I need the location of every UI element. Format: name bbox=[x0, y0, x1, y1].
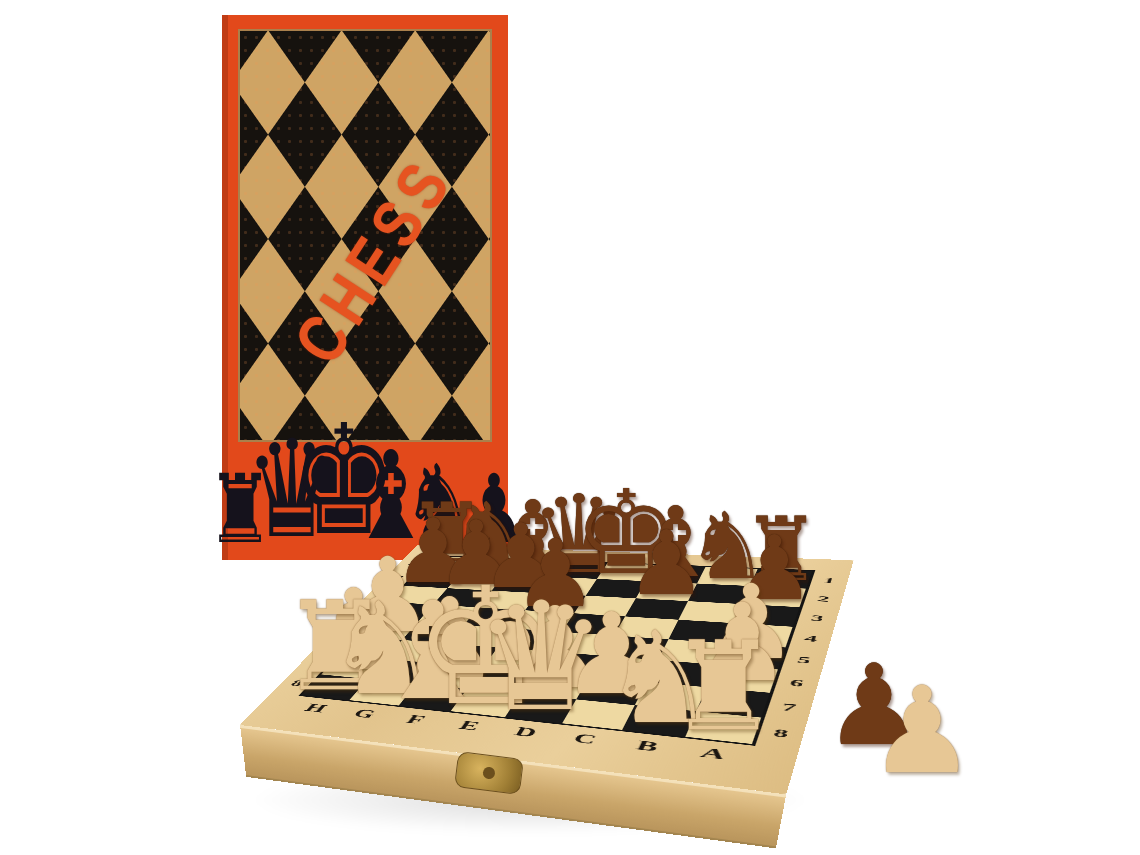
product-photo: CHESS 1122334455667788HGFEDCBA ♜♞♝♚♛♝♞♜♟… bbox=[0, 0, 1140, 855]
light-rook-a8[interactable]: ♜ bbox=[668, 625, 778, 748]
offboard-light-pawn[interactable]: ♟ bbox=[868, 671, 976, 791]
light-queen-d8[interactable]: ♛ bbox=[473, 582, 607, 732]
pieces-layer: ♜♞♝♚♛♝♞♜♟♟♟♟♟♟♜♞♛♚♝♞♜♟♟♟♟♟♟♟♟♟ bbox=[0, 0, 1140, 855]
